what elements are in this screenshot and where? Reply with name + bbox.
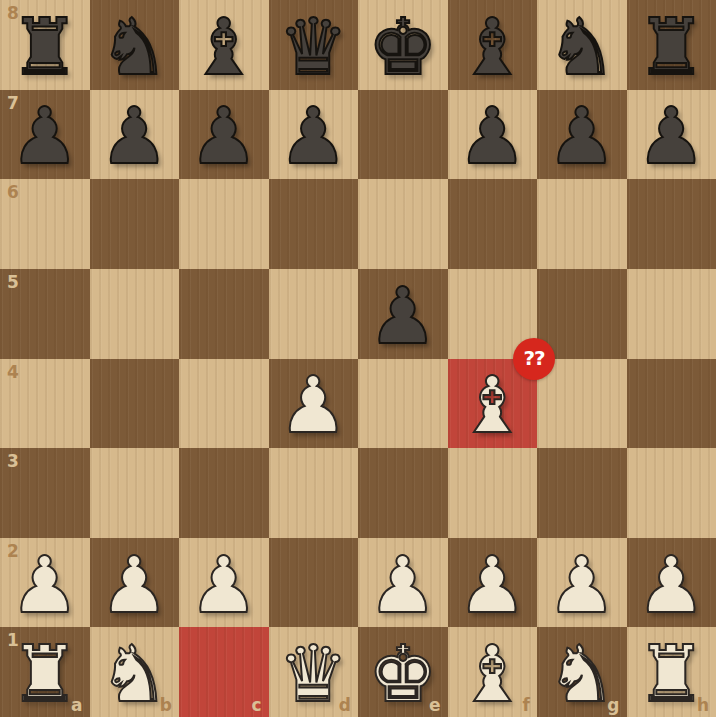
- piece-white-pawn[interactable]: ♟: [189, 546, 259, 624]
- piece-white-queen[interactable]: ♛: [278, 635, 348, 713]
- piece-white-knight[interactable]: ♞: [547, 635, 617, 713]
- square-c4[interactable]: [179, 359, 269, 449]
- square-h2[interactable]: ♟: [627, 538, 716, 628]
- square-g2[interactable]: ♟: [537, 538, 627, 628]
- square-d2[interactable]: [269, 538, 359, 628]
- square-c2[interactable]: ♟: [179, 538, 269, 628]
- square-c5[interactable]: [179, 269, 269, 359]
- square-b7[interactable]: ♟: [90, 90, 180, 180]
- square-g1[interactable]: g♞: [537, 627, 627, 717]
- square-c3[interactable]: [179, 448, 269, 538]
- square-a5[interactable]: 5: [0, 269, 90, 359]
- square-c8[interactable]: ♝: [179, 0, 269, 90]
- piece-black-knight[interactable]: ♞: [547, 8, 617, 86]
- square-d5[interactable]: [269, 269, 359, 359]
- square-e7[interactable]: [358, 90, 448, 180]
- square-e6[interactable]: [358, 179, 448, 269]
- square-d7[interactable]: ♟: [269, 90, 359, 180]
- square-f2[interactable]: ♟: [448, 538, 538, 628]
- square-g7[interactable]: ♟: [537, 90, 627, 180]
- piece-black-queen[interactable]: ♛: [278, 8, 348, 86]
- square-d6[interactable]: [269, 179, 359, 269]
- square-h4[interactable]: [627, 359, 716, 449]
- piece-black-pawn[interactable]: ♟: [368, 277, 438, 355]
- piece-black-rook[interactable]: ♜: [10, 8, 80, 86]
- square-h3[interactable]: [627, 448, 716, 538]
- square-a3[interactable]: 3: [0, 448, 90, 538]
- square-f3[interactable]: [448, 448, 538, 538]
- square-b8[interactable]: ♞: [90, 0, 180, 90]
- square-h6[interactable]: [627, 179, 716, 269]
- piece-white-bishop[interactable]: ♝: [457, 635, 527, 713]
- piece-white-pawn[interactable]: ♟: [547, 546, 617, 624]
- square-f7[interactable]: ♟: [448, 90, 538, 180]
- square-d1[interactable]: d♛: [269, 627, 359, 717]
- piece-white-pawn[interactable]: ♟: [368, 546, 438, 624]
- piece-black-pawn[interactable]: ♟: [457, 97, 527, 175]
- square-b2[interactable]: ♟: [90, 538, 180, 628]
- rank-label-4: 4: [7, 362, 19, 382]
- blunder-badge: ??: [513, 338, 555, 380]
- piece-black-king[interactable]: ♚: [368, 8, 438, 86]
- square-g3[interactable]: [537, 448, 627, 538]
- square-e4[interactable]: [358, 359, 448, 449]
- square-h8[interactable]: ♜: [627, 0, 716, 90]
- square-d8[interactable]: ♛: [269, 0, 359, 90]
- square-f1[interactable]: f♝: [448, 627, 538, 717]
- square-g8[interactable]: ♞: [537, 0, 627, 90]
- piece-white-king[interactable]: ♚: [368, 635, 438, 713]
- chess-board[interactable]: ?? 8♜♞♝♛♚♝♞♜7♟♟♟♟♟♟♟65♟4♟♝32♟♟♟♟♟♟♟1a♜b♞…: [0, 0, 716, 717]
- square-e8[interactable]: ♚: [358, 0, 448, 90]
- square-e5[interactable]: ♟: [358, 269, 448, 359]
- piece-white-rook[interactable]: ♜: [10, 635, 80, 713]
- square-h5[interactable]: [627, 269, 716, 359]
- piece-black-rook[interactable]: ♜: [636, 8, 706, 86]
- piece-white-pawn[interactable]: ♟: [99, 546, 169, 624]
- square-b3[interactable]: [90, 448, 180, 538]
- piece-black-bishop[interactable]: ♝: [457, 8, 527, 86]
- piece-black-bishop[interactable]: ♝: [189, 8, 259, 86]
- piece-white-pawn[interactable]: ♟: [457, 546, 527, 624]
- square-c6[interactable]: [179, 179, 269, 269]
- piece-black-pawn[interactable]: ♟: [99, 97, 169, 175]
- square-a7[interactable]: 7♟: [0, 90, 90, 180]
- piece-black-pawn[interactable]: ♟: [547, 97, 617, 175]
- rank-label-3: 3: [7, 451, 19, 471]
- piece-white-pawn[interactable]: ♟: [10, 546, 80, 624]
- piece-black-knight[interactable]: ♞: [99, 8, 169, 86]
- piece-white-pawn[interactable]: ♟: [278, 366, 348, 444]
- square-b6[interactable]: [90, 179, 180, 269]
- piece-black-pawn[interactable]: ♟: [10, 97, 80, 175]
- rank-label-5: 5: [7, 272, 19, 292]
- square-b5[interactable]: [90, 269, 180, 359]
- piece-white-bishop[interactable]: ♝: [457, 366, 527, 444]
- square-a1[interactable]: 1a♜: [0, 627, 90, 717]
- square-e1[interactable]: e♚: [358, 627, 448, 717]
- square-e3[interactable]: [358, 448, 448, 538]
- square-h7[interactable]: ♟: [627, 90, 716, 180]
- piece-black-pawn[interactable]: ♟: [278, 97, 348, 175]
- square-c7[interactable]: ♟: [179, 90, 269, 180]
- square-a8[interactable]: 8♜: [0, 0, 90, 90]
- square-d3[interactable]: [269, 448, 359, 538]
- piece-white-rook[interactable]: ♜: [636, 635, 706, 713]
- square-g6[interactable]: [537, 179, 627, 269]
- blunder-badge-label: ??: [523, 346, 544, 370]
- square-b4[interactable]: [90, 359, 180, 449]
- square-c1[interactable]: c: [179, 627, 269, 717]
- piece-black-pawn[interactable]: ♟: [189, 97, 259, 175]
- square-a2[interactable]: 2♟: [0, 538, 90, 628]
- square-d4[interactable]: ♟: [269, 359, 359, 449]
- square-a4[interactable]: 4: [0, 359, 90, 449]
- square-b1[interactable]: b♞: [90, 627, 180, 717]
- piece-white-knight[interactable]: ♞: [99, 635, 169, 713]
- rank-label-6: 6: [7, 182, 19, 202]
- piece-black-pawn[interactable]: ♟: [636, 97, 706, 175]
- piece-white-pawn[interactable]: ♟: [636, 546, 706, 624]
- file-label-c: c: [251, 695, 261, 715]
- square-f8[interactable]: ♝: [448, 0, 538, 90]
- square-f6[interactable]: [448, 179, 538, 269]
- square-h1[interactable]: h♜: [627, 627, 716, 717]
- square-a6[interactable]: 6: [0, 179, 90, 269]
- square-e2[interactable]: ♟: [358, 538, 448, 628]
